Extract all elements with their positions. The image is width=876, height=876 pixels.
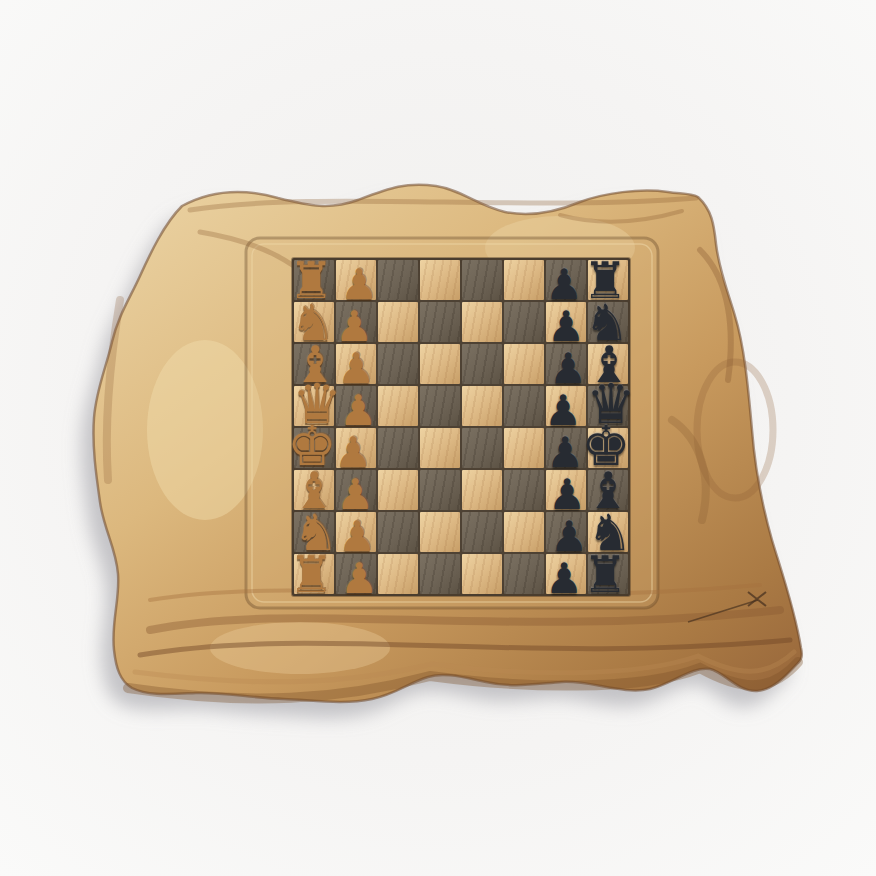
square-r3c3 [420, 386, 460, 426]
square-r4c5 [504, 428, 544, 468]
square-r2c1: ♟ [336, 344, 376, 384]
square-r2c5 [504, 344, 544, 384]
square-r0c2 [378, 260, 418, 300]
black-bishop: ♝ [586, 466, 631, 516]
square-r4c3 [420, 428, 460, 468]
square-r0c7: ♜ [588, 260, 628, 300]
square-r7c0: ♜ [294, 554, 334, 594]
square-r3c1: ♟ [336, 386, 376, 426]
square-r4c0: ♚ [294, 428, 334, 468]
square-r2c4 [462, 344, 502, 384]
black-rook: ♜ [583, 550, 628, 600]
black-pawn: ♟ [546, 432, 584, 474]
square-r7c1: ♟ [336, 554, 376, 594]
white-pawn: ♟ [335, 306, 373, 348]
square-r0c1: ♟ [336, 260, 376, 300]
square-r0c3 [420, 260, 460, 300]
black-pawn: ♟ [550, 516, 588, 558]
white-queen: ♛ [292, 377, 341, 432]
white-king: ♚ [287, 419, 336, 474]
chessboard: ♜♟♟♜♞♟♟♞♝♟♟♝♛♟♟♛♚♟♟♚♝♟♟♝♞♟♟♞♜♟♟♜ [292, 258, 630, 596]
square-r2c7: ♝ [588, 344, 628, 384]
square-r4c1: ♟ [336, 428, 376, 468]
black-pawn: ♟ [544, 390, 582, 432]
square-r7c2 [378, 554, 418, 594]
square-r5c5 [504, 470, 544, 510]
square-r7c4 [462, 554, 502, 594]
black-pawn: ♟ [549, 348, 587, 390]
white-pawn: ♟ [337, 348, 375, 390]
white-knight: ♞ [294, 508, 339, 558]
square-r2c2 [378, 344, 418, 384]
square-r0c6: ♟ [546, 260, 586, 300]
square-r5c3 [420, 470, 460, 510]
square-r1c1: ♟ [336, 302, 376, 342]
white-pawn: ♟ [339, 390, 377, 432]
black-queen: ♛ [586, 377, 635, 432]
square-r2c0: ♝ [294, 344, 334, 384]
white-knight: ♞ [291, 298, 336, 348]
square-r6c0: ♞ [294, 512, 334, 552]
square-r6c1: ♟ [336, 512, 376, 552]
square-r2c6: ♟ [546, 344, 586, 384]
square-r5c4 [462, 470, 502, 510]
square-r4c2 [378, 428, 418, 468]
white-bishop: ♝ [293, 340, 338, 390]
square-r5c2 [378, 470, 418, 510]
white-pawn: ♟ [336, 474, 374, 516]
square-r3c4 [462, 386, 502, 426]
white-rook: ♜ [289, 256, 334, 306]
square-r6c2 [378, 512, 418, 552]
square-r5c7: ♝ [588, 470, 628, 510]
black-knight: ♞ [588, 508, 633, 558]
square-r1c3 [420, 302, 460, 342]
black-king: ♚ [581, 419, 630, 474]
square-r6c3 [420, 512, 460, 552]
square-r5c1: ♟ [336, 470, 376, 510]
white-pawn: ♟ [340, 264, 378, 306]
square-r1c5 [504, 302, 544, 342]
square-r1c6: ♟ [546, 302, 586, 342]
square-r3c5 [504, 386, 544, 426]
white-rook: ♜ [289, 550, 334, 600]
wood-highlight [210, 622, 390, 674]
square-r0c4 [462, 260, 502, 300]
square-r3c2 [378, 386, 418, 426]
black-pawn: ♟ [545, 264, 583, 306]
square-r6c6: ♟ [546, 512, 586, 552]
square-r7c6: ♟ [546, 554, 586, 594]
square-r7c5 [504, 554, 544, 594]
square-r0c0: ♜ [294, 260, 334, 300]
square-r3c7: ♛ [588, 386, 628, 426]
white-pawn: ♟ [338, 516, 376, 558]
black-pawn: ♟ [548, 474, 586, 516]
white-pawn: ♟ [334, 432, 372, 474]
square-r3c6: ♟ [546, 386, 586, 426]
photo-scene: ♜♟♟♜♞♟♟♞♝♟♟♝♛♟♟♛♚♟♟♚♝♟♟♝♞♟♟♞♜♟♟♜ [0, 0, 876, 876]
square-r4c4 [462, 428, 502, 468]
square-r6c5 [504, 512, 544, 552]
square-r2c3 [420, 344, 460, 384]
square-r5c6: ♟ [546, 470, 586, 510]
square-r1c2 [378, 302, 418, 342]
black-rook: ♜ [583, 256, 628, 306]
white-pawn: ♟ [340, 558, 378, 600]
square-r1c4 [462, 302, 502, 342]
square-r5c0: ♝ [294, 470, 334, 510]
square-r6c7: ♞ [588, 512, 628, 552]
black-pawn: ♟ [545, 558, 583, 600]
white-bishop: ♝ [292, 466, 337, 516]
square-r0c5 [504, 260, 544, 300]
square-r7c7: ♜ [588, 554, 628, 594]
square-r4c6: ♟ [546, 428, 586, 468]
square-r1c0: ♞ [294, 302, 334, 342]
black-pawn: ♟ [547, 306, 585, 348]
black-knight: ♞ [585, 298, 630, 348]
square-r4c7: ♚ [588, 428, 628, 468]
square-r6c4 [462, 512, 502, 552]
square-r1c7: ♞ [588, 302, 628, 342]
square-r7c3 [420, 554, 460, 594]
square-r3c0: ♛ [294, 386, 334, 426]
black-bishop: ♝ [587, 340, 632, 390]
